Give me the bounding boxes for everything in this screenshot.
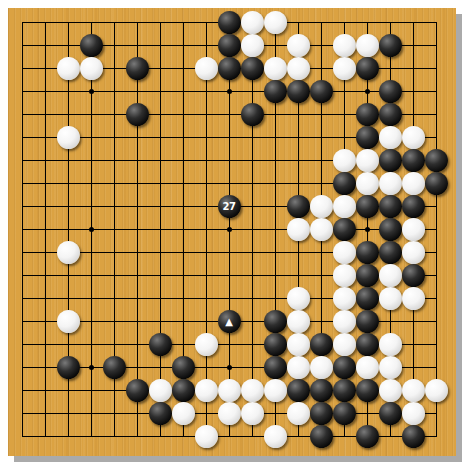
- stone-white[interactable]: [195, 333, 218, 356]
- stone-black[interactable]: ▲: [218, 310, 241, 333]
- stone-white[interactable]: [402, 402, 425, 425]
- stone-black[interactable]: [264, 310, 287, 333]
- stone-black[interactable]: [241, 103, 264, 126]
- stone-black[interactable]: [287, 80, 310, 103]
- stone-white[interactable]: [402, 218, 425, 241]
- stone-white[interactable]: [379, 172, 402, 195]
- stone-white[interactable]: [333, 195, 356, 218]
- stone-white[interactable]: [218, 379, 241, 402]
- stone-black[interactable]: [57, 356, 80, 379]
- stone-white[interactable]: [379, 264, 402, 287]
- stone-black[interactable]: [241, 57, 264, 80]
- stone-white[interactable]: [379, 126, 402, 149]
- stone-white[interactable]: [356, 149, 379, 172]
- stone-white[interactable]: [287, 57, 310, 80]
- stone-white[interactable]: [356, 172, 379, 195]
- stone-black[interactable]: [218, 11, 241, 34]
- stone-black[interactable]: [126, 57, 149, 80]
- stone-white[interactable]: [241, 402, 264, 425]
- stone-black[interactable]: [379, 103, 402, 126]
- stone-white[interactable]: [195, 425, 218, 448]
- stone-black[interactable]: [333, 218, 356, 241]
- stone-white[interactable]: [379, 333, 402, 356]
- stone-black[interactable]: [379, 195, 402, 218]
- stone-white[interactable]: [333, 34, 356, 57]
- stone-white[interactable]: [379, 379, 402, 402]
- stone-black[interactable]: [356, 379, 379, 402]
- stone-black[interactable]: [149, 402, 172, 425]
- stone-black[interactable]: [333, 172, 356, 195]
- stone-white[interactable]: [402, 126, 425, 149]
- page: 27▲: [0, 0, 465, 465]
- stone-white[interactable]: [218, 402, 241, 425]
- stone-black[interactable]: [356, 241, 379, 264]
- stone-white[interactable]: [57, 241, 80, 264]
- stone-white[interactable]: [287, 34, 310, 57]
- stone-black[interactable]: [425, 149, 448, 172]
- stone-white[interactable]: [57, 310, 80, 333]
- stone-black[interactable]: 27: [218, 195, 241, 218]
- stone-white[interactable]: [287, 218, 310, 241]
- stone-black[interactable]: [402, 264, 425, 287]
- stone-black[interactable]: [333, 402, 356, 425]
- stone-white[interactable]: [241, 34, 264, 57]
- stone-black[interactable]: [126, 379, 149, 402]
- last-move-number-label: 27: [218, 195, 241, 218]
- stone-black[interactable]: [103, 356, 126, 379]
- stone-white[interactable]: [149, 379, 172, 402]
- stone-black[interactable]: [310, 425, 333, 448]
- stone-black[interactable]: [310, 379, 333, 402]
- stone-black[interactable]: [356, 264, 379, 287]
- stone-black[interactable]: [126, 103, 149, 126]
- stone-black[interactable]: [333, 356, 356, 379]
- stone-white[interactable]: [402, 172, 425, 195]
- star-point: [89, 365, 94, 370]
- stone-white[interactable]: [287, 287, 310, 310]
- star-point: [227, 227, 232, 232]
- stone-black[interactable]: [379, 218, 402, 241]
- stone-black[interactable]: [287, 379, 310, 402]
- stone-white[interactable]: [57, 126, 80, 149]
- stone-white[interactable]: [241, 379, 264, 402]
- stone-black[interactable]: [149, 333, 172, 356]
- star-point: [89, 227, 94, 232]
- stone-black[interactable]: [356, 126, 379, 149]
- stone-black[interactable]: [356, 287, 379, 310]
- stone-black[interactable]: [356, 57, 379, 80]
- stone-black[interactable]: [310, 402, 333, 425]
- stone-white[interactable]: [402, 241, 425, 264]
- stone-black[interactable]: [356, 425, 379, 448]
- stone-white[interactable]: [287, 310, 310, 333]
- stone-black[interactable]: [356, 195, 379, 218]
- star-point: [365, 89, 370, 94]
- stone-white[interactable]: [57, 57, 80, 80]
- stone-black[interactable]: [379, 80, 402, 103]
- stone-white[interactable]: [287, 333, 310, 356]
- stone-white[interactable]: [333, 333, 356, 356]
- stone-black[interactable]: [356, 333, 379, 356]
- stone-white[interactable]: [356, 34, 379, 57]
- triangle-marker: ▲: [218, 310, 241, 334]
- stone-black[interactable]: [310, 80, 333, 103]
- stone-white[interactable]: [379, 287, 402, 310]
- stone-black[interactable]: [264, 356, 287, 379]
- stone-white[interactable]: [310, 195, 333, 218]
- stone-black[interactable]: [264, 333, 287, 356]
- stone-black[interactable]: [379, 34, 402, 57]
- stone-white[interactable]: [333, 149, 356, 172]
- stone-white[interactable]: [333, 241, 356, 264]
- stone-black[interactable]: [379, 402, 402, 425]
- stone-white[interactable]: [402, 379, 425, 402]
- stone-black[interactable]: [402, 195, 425, 218]
- stone-white[interactable]: [402, 287, 425, 310]
- stone-white[interactable]: [310, 356, 333, 379]
- stone-black[interactable]: [402, 425, 425, 448]
- stone-black[interactable]: [379, 241, 402, 264]
- stone-black[interactable]: [356, 310, 379, 333]
- star-point: [227, 365, 232, 370]
- stone-white[interactable]: [80, 57, 103, 80]
- stone-black[interactable]: [80, 34, 103, 57]
- stone-black[interactable]: [333, 379, 356, 402]
- stone-white[interactable]: [310, 218, 333, 241]
- stone-black[interactable]: [310, 333, 333, 356]
- stone-black[interactable]: [356, 103, 379, 126]
- stone-black[interactable]: [379, 149, 402, 172]
- stone-white[interactable]: [287, 402, 310, 425]
- star-point: [89, 89, 94, 94]
- stone-white[interactable]: [264, 379, 287, 402]
- stone-white[interactable]: [195, 379, 218, 402]
- grid-line-vertical: [252, 22, 253, 437]
- stone-white[interactable]: [264, 425, 287, 448]
- stone-black[interactable]: [172, 356, 195, 379]
- stone-white[interactable]: [264, 11, 287, 34]
- stone-white[interactable]: [333, 310, 356, 333]
- star-point: [227, 89, 232, 94]
- stone-white[interactable]: [195, 57, 218, 80]
- stone-black[interactable]: [402, 149, 425, 172]
- stone-white[interactable]: [333, 264, 356, 287]
- star-point: [365, 227, 370, 232]
- stone-white[interactable]: [172, 402, 195, 425]
- stone-white[interactable]: [287, 356, 310, 379]
- stone-black[interactable]: [264, 80, 287, 103]
- stone-white[interactable]: [241, 11, 264, 34]
- stone-black[interactable]: [218, 57, 241, 80]
- stone-black[interactable]: [172, 379, 195, 402]
- stone-white[interactable]: [425, 379, 448, 402]
- stone-white[interactable]: [264, 57, 287, 80]
- grid-line-vertical: [436, 22, 437, 437]
- go-board[interactable]: 27▲: [8, 8, 456, 456]
- stone-white[interactable]: [333, 57, 356, 80]
- stone-black[interactable]: [218, 34, 241, 57]
- stone-black[interactable]: [287, 195, 310, 218]
- stone-white[interactable]: [333, 287, 356, 310]
- stone-white[interactable]: [379, 356, 402, 379]
- stone-black[interactable]: [425, 172, 448, 195]
- stone-white[interactable]: [356, 356, 379, 379]
